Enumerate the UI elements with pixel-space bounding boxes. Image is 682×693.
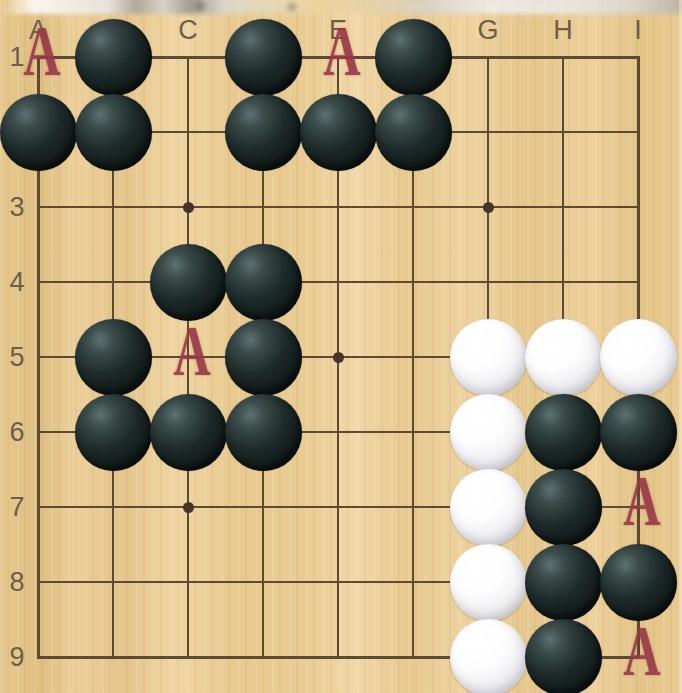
intersection-a6[interactable] [1,395,76,470]
intersection-h6[interactable] [526,395,601,470]
intersection-e8[interactable] [301,545,376,620]
black-stone-i8[interactable] [600,544,677,621]
intersection-c8[interactable] [151,545,226,620]
board-grid: AAAAA [1,20,676,693]
intersection-h8[interactable] [526,545,601,620]
intersection-h4[interactable] [526,245,601,320]
intersection-d1[interactable] [226,20,301,95]
black-stone-d1[interactable] [225,19,302,96]
intersection-g8[interactable] [451,545,526,620]
intersection-i6[interactable] [601,395,676,470]
intersection-f6[interactable] [376,395,451,470]
black-stone-h6[interactable] [525,394,602,471]
black-stone-d5[interactable] [225,319,302,396]
marker-i9: A [623,615,660,687]
intersection-a4[interactable] [1,245,76,320]
black-stone-a2[interactable] [0,94,77,171]
intersection-e3[interactable] [301,170,376,245]
black-stone-c6[interactable] [150,394,227,471]
intersection-d2[interactable] [226,95,301,170]
intersection-i2[interactable] [601,95,676,170]
black-stone-e2[interactable] [300,94,377,171]
intersection-e2[interactable] [301,95,376,170]
white-stone-g7[interactable] [450,469,527,546]
white-stone-g5[interactable] [450,319,527,396]
intersection-f8[interactable] [376,545,451,620]
intersection-d3[interactable] [226,170,301,245]
black-stone-f1[interactable] [375,19,452,96]
intersection-i4[interactable] [601,245,676,320]
intersection-f5[interactable] [376,320,451,395]
intersection-d9[interactable] [226,620,301,693]
intersection-a8[interactable] [1,545,76,620]
intersection-i1[interactable] [601,20,676,95]
black-stone-f2[interactable] [375,94,452,171]
black-stone-d6[interactable] [225,394,302,471]
intersection-b9[interactable] [76,620,151,693]
go-board: ABCDEFGHI123456789 AAAAA [0,0,682,693]
white-stone-g8[interactable] [450,544,527,621]
intersection-e7[interactable] [301,470,376,545]
intersection-d8[interactable] [226,545,301,620]
intersection-a1[interactable]: A [1,20,76,95]
intersection-c2[interactable] [151,95,226,170]
intersection-f7[interactable] [376,470,451,545]
intersection-g9[interactable] [451,620,526,693]
intersection-e6[interactable] [301,395,376,470]
black-stone-i6[interactable] [600,394,677,471]
intersection-h9[interactable] [526,620,601,693]
intersection-c3[interactable] [151,170,226,245]
intersection-d7[interactable] [226,470,301,545]
intersection-g5[interactable] [451,320,526,395]
intersection-c9[interactable] [151,620,226,693]
intersection-f3[interactable] [376,170,451,245]
intersection-h3[interactable] [526,170,601,245]
intersection-d5[interactable] [226,320,301,395]
marker-e1: A [323,15,360,87]
intersection-i9[interactable]: A [601,620,676,693]
intersection-h1[interactable] [526,20,601,95]
intersection-i3[interactable] [601,170,676,245]
white-stone-h5[interactable] [525,319,602,396]
intersection-h7[interactable] [526,470,601,545]
white-stone-i5[interactable] [600,319,677,396]
marker-i7: A [623,465,660,537]
intersection-e4[interactable] [301,245,376,320]
intersection-b1[interactable] [76,20,151,95]
intersection-g2[interactable] [451,95,526,170]
intersection-i5[interactable] [601,320,676,395]
black-stone-d2[interactable] [225,94,302,171]
intersection-a5[interactable] [1,320,76,395]
black-stone-h8[interactable] [525,544,602,621]
black-stone-b2[interactable] [75,94,152,171]
black-stone-b6[interactable] [75,394,152,471]
white-stone-g6[interactable] [450,394,527,471]
intersection-g1[interactable] [451,20,526,95]
intersection-a3[interactable] [1,170,76,245]
black-stone-h9[interactable] [525,619,602,693]
intersection-c1[interactable] [151,20,226,95]
intersection-e1[interactable]: A [301,20,376,95]
intersection-f9[interactable] [376,620,451,693]
intersection-b4[interactable] [76,245,151,320]
intersection-g6[interactable] [451,395,526,470]
intersection-b6[interactable] [76,395,151,470]
intersection-f2[interactable] [376,95,451,170]
intersection-c4[interactable] [151,245,226,320]
intersection-e9[interactable] [301,620,376,693]
intersection-a2[interactable] [1,95,76,170]
intersection-e5[interactable] [301,320,376,395]
black-stone-b1[interactable] [75,19,152,96]
black-stone-h7[interactable] [525,469,602,546]
intersection-i7[interactable]: A [601,470,676,545]
top-photo-blur [0,0,682,14]
white-stone-g9[interactable] [450,619,527,693]
intersection-d4[interactable] [226,245,301,320]
intersection-g7[interactable] [451,470,526,545]
intersection-b2[interactable] [76,95,151,170]
black-stone-d4[interactable] [225,244,302,321]
marker-a1: A [23,15,60,87]
intersection-a7[interactable] [1,470,76,545]
intersection-a9[interactable] [1,620,76,693]
intersection-c6[interactable] [151,395,226,470]
intersection-b7[interactable] [76,470,151,545]
intersection-f1[interactable] [376,20,451,95]
marker-c5: A [173,315,210,387]
intersection-g3[interactable] [451,170,526,245]
black-stone-b5[interactable] [75,319,152,396]
intersection-f4[interactable] [376,245,451,320]
intersection-h2[interactable] [526,95,601,170]
intersection-b3[interactable] [76,170,151,245]
intersection-c5[interactable]: A [151,320,226,395]
intersection-b8[interactable] [76,545,151,620]
intersection-c7[interactable] [151,470,226,545]
intersection-b5[interactable] [76,320,151,395]
intersection-h5[interactable] [526,320,601,395]
intersection-i8[interactable] [601,545,676,620]
intersection-g4[interactable] [451,245,526,320]
intersection-d6[interactable] [226,395,301,470]
black-stone-c4[interactable] [150,244,227,321]
